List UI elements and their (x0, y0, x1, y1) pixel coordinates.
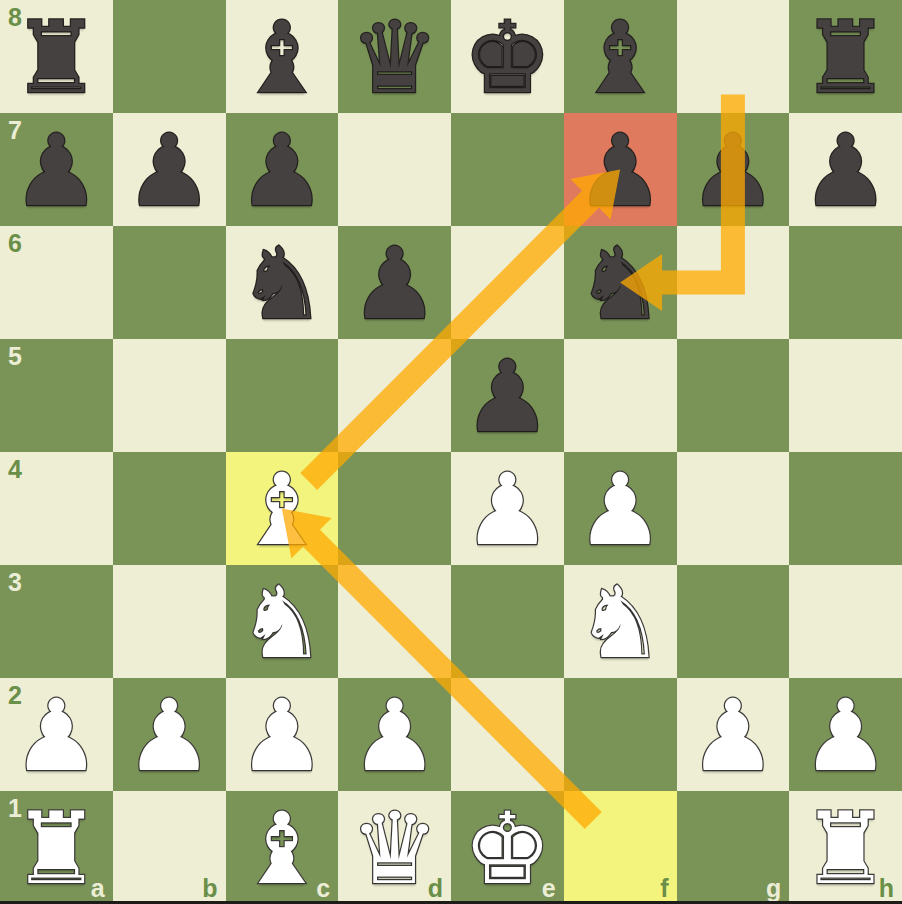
square-e6[interactable] (451, 226, 564, 339)
piece-black-pawn[interactable]: ♟ (576, 117, 665, 225)
square-h8[interactable]: ♜ (789, 0, 902, 113)
square-a8[interactable]: ♜8 (0, 0, 113, 113)
piece-white-rook[interactable]: ♜ (12, 795, 101, 903)
square-e4[interactable]: ♟ (451, 452, 564, 565)
square-a1[interactable]: ♜1a (0, 791, 113, 904)
square-a4[interactable]: 4 (0, 452, 113, 565)
piece-black-queen[interactable]: ♛ (350, 4, 439, 112)
square-d1[interactable]: ♛d (338, 791, 451, 904)
piece-black-rook[interactable]: ♜ (12, 4, 101, 112)
file-label-b: b (202, 874, 217, 903)
square-c1[interactable]: ♝c (226, 791, 339, 904)
square-b7[interactable]: ♟ (113, 113, 226, 226)
piece-black-pawn[interactable]: ♟ (463, 343, 552, 451)
square-g2[interactable]: ♟ (677, 678, 790, 791)
square-d8[interactable]: ♛ (338, 0, 451, 113)
square-e8[interactable]: ♚ (451, 0, 564, 113)
square-c8[interactable]: ♝ (226, 0, 339, 113)
square-g8[interactable] (677, 0, 790, 113)
square-g6[interactable] (677, 226, 790, 339)
square-f7[interactable]: ♟ (564, 113, 677, 226)
square-f3[interactable]: ♞ (564, 565, 677, 678)
piece-black-bishop[interactable]: ♝ (237, 4, 326, 112)
chess-board: ♜8♝♛♚♝♜♟7♟♟♟♟♟6♞♟♞5♟4♝♟♟3♞♞♟2♟♟♟♟♟♜1ab♝c… (0, 0, 902, 904)
square-c4[interactable]: ♝ (226, 452, 339, 565)
square-d2[interactable]: ♟ (338, 678, 451, 791)
piece-white-knight[interactable]: ♞ (237, 569, 326, 677)
square-d4[interactable] (338, 452, 451, 565)
piece-black-pawn[interactable]: ♟ (350, 230, 439, 338)
piece-black-pawn[interactable]: ♟ (688, 117, 777, 225)
piece-black-pawn[interactable]: ♟ (801, 117, 890, 225)
file-label-f: f (660, 874, 668, 903)
square-a3[interactable]: 3 (0, 565, 113, 678)
piece-white-pawn[interactable]: ♟ (801, 682, 890, 790)
piece-black-bishop[interactable]: ♝ (576, 4, 665, 112)
square-g5[interactable] (677, 339, 790, 452)
square-h4[interactable] (789, 452, 902, 565)
square-h7[interactable]: ♟ (789, 113, 902, 226)
piece-white-pawn[interactable]: ♟ (125, 682, 214, 790)
square-e5[interactable]: ♟ (451, 339, 564, 452)
piece-black-knight[interactable]: ♞ (576, 230, 665, 338)
piece-white-pawn[interactable]: ♟ (350, 682, 439, 790)
square-h1[interactable]: ♜h (789, 791, 902, 904)
piece-white-pawn[interactable]: ♟ (237, 682, 326, 790)
square-g7[interactable]: ♟ (677, 113, 790, 226)
square-e1[interactable]: ♚e (451, 791, 564, 904)
piece-white-pawn[interactable]: ♟ (576, 456, 665, 564)
piece-black-king[interactable]: ♚ (463, 4, 552, 112)
square-g1[interactable]: g (677, 791, 790, 904)
square-f8[interactable]: ♝ (564, 0, 677, 113)
square-f4[interactable]: ♟ (564, 452, 677, 565)
rank-label-4: 4 (8, 455, 22, 484)
square-a7[interactable]: ♟7 (0, 113, 113, 226)
square-h5[interactable] (789, 339, 902, 452)
square-g4[interactable] (677, 452, 790, 565)
square-b2[interactable]: ♟ (113, 678, 226, 791)
square-d5[interactable] (338, 339, 451, 452)
square-h2[interactable]: ♟ (789, 678, 902, 791)
piece-white-bishop[interactable]: ♝ (237, 456, 326, 564)
piece-white-pawn[interactable]: ♟ (688, 682, 777, 790)
square-a5[interactable]: 5 (0, 339, 113, 452)
square-d3[interactable] (338, 565, 451, 678)
square-c5[interactable] (226, 339, 339, 452)
square-d6[interactable]: ♟ (338, 226, 451, 339)
square-b6[interactable] (113, 226, 226, 339)
square-c2[interactable]: ♟ (226, 678, 339, 791)
piece-white-king[interactable]: ♚ (463, 795, 552, 903)
piece-white-pawn[interactable]: ♟ (12, 682, 101, 790)
square-b4[interactable] (113, 452, 226, 565)
piece-white-queen[interactable]: ♛ (350, 795, 439, 903)
square-b8[interactable] (113, 0, 226, 113)
rank-label-3: 3 (8, 568, 22, 597)
piece-black-pawn[interactable]: ♟ (12, 117, 101, 225)
piece-black-pawn[interactable]: ♟ (237, 117, 326, 225)
piece-black-knight[interactable]: ♞ (237, 230, 326, 338)
piece-white-bishop[interactable]: ♝ (237, 795, 326, 903)
square-b1[interactable]: b (113, 791, 226, 904)
square-c6[interactable]: ♞ (226, 226, 339, 339)
square-h6[interactable] (789, 226, 902, 339)
rank-label-5: 5 (8, 342, 22, 371)
square-f2[interactable] (564, 678, 677, 791)
square-d7[interactable] (338, 113, 451, 226)
square-f1[interactable]: f (564, 791, 677, 904)
square-a6[interactable]: 6 (0, 226, 113, 339)
square-e7[interactable] (451, 113, 564, 226)
square-b3[interactable] (113, 565, 226, 678)
square-a2[interactable]: ♟2 (0, 678, 113, 791)
piece-white-rook[interactable]: ♜ (801, 795, 890, 903)
square-c7[interactable]: ♟ (226, 113, 339, 226)
square-h3[interactable] (789, 565, 902, 678)
square-g3[interactable] (677, 565, 790, 678)
piece-white-pawn[interactable]: ♟ (463, 456, 552, 564)
piece-white-knight[interactable]: ♞ (576, 569, 665, 677)
rank-label-6: 6 (8, 229, 22, 258)
square-e2[interactable] (451, 678, 564, 791)
square-f6[interactable]: ♞ (564, 226, 677, 339)
square-f5[interactable] (564, 339, 677, 452)
square-e3[interactable] (451, 565, 564, 678)
piece-black-pawn[interactable]: ♟ (125, 117, 214, 225)
board-squares: ♜8♝♛♚♝♜♟7♟♟♟♟♟6♞♟♞5♟4♝♟♟3♞♞♟2♟♟♟♟♟♜1ab♝c… (0, 0, 902, 904)
square-c3[interactable]: ♞ (226, 565, 339, 678)
file-label-g: g (766, 874, 781, 903)
piece-black-rook[interactable]: ♜ (801, 4, 890, 112)
square-b5[interactable] (113, 339, 226, 452)
